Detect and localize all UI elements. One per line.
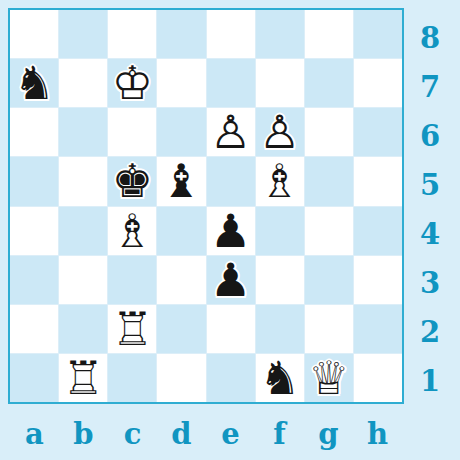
file-label-c: c (108, 411, 157, 457)
rank-label-6: 6 (404, 111, 456, 160)
square-b3[interactable] (59, 256, 107, 304)
white-pawn[interactable]: ♙︎ (256, 108, 304, 156)
file-label-f: f (255, 411, 304, 457)
square-b2[interactable] (59, 305, 107, 353)
square-e2[interactable] (207, 305, 255, 353)
rank-label-4: 4 (404, 209, 456, 258)
square-e8[interactable] (207, 10, 255, 58)
square-c5[interactable]: ♚︎♚︎ (108, 157, 156, 205)
square-h1[interactable] (354, 354, 402, 402)
black-king[interactable]: ♚︎ (108, 157, 156, 205)
rank-label-8: 8 (404, 13, 456, 62)
square-c7[interactable]: ♚︎♔︎ (108, 59, 156, 107)
square-d5[interactable]: ♝︎♝︎ (157, 157, 205, 205)
square-a3[interactable] (10, 256, 58, 304)
square-e3[interactable]: ♟︎♟︎ (207, 256, 255, 304)
square-b7[interactable] (59, 59, 107, 107)
file-label-e: e (206, 411, 255, 457)
black-pawn-halo: ♟︎ (207, 207, 255, 255)
square-b5[interactable] (59, 157, 107, 205)
square-e5[interactable] (207, 157, 255, 205)
square-f3[interactable] (256, 256, 304, 304)
white-bishop-halo: ♝︎ (108, 207, 156, 255)
black-pawn-halo: ♟︎ (207, 256, 255, 304)
square-f2[interactable] (256, 305, 304, 353)
black-king-halo: ♚︎ (108, 157, 156, 205)
square-d2[interactable] (157, 305, 205, 353)
square-g7[interactable] (305, 59, 353, 107)
black-knight[interactable]: ♞︎ (10, 59, 58, 107)
white-rook-halo: ♜︎ (59, 354, 107, 402)
square-f6[interactable]: ♟︎♙︎ (256, 108, 304, 156)
white-bishop-halo: ♝︎ (256, 157, 304, 205)
black-pawn[interactable]: ♟︎ (207, 207, 255, 255)
square-f7[interactable] (256, 59, 304, 107)
square-a5[interactable] (10, 157, 58, 205)
square-e6[interactable]: ♟︎♙︎ (207, 108, 255, 156)
square-c4[interactable]: ♝︎♗︎ (108, 207, 156, 255)
file-label-h: h (353, 411, 402, 457)
square-c1[interactable] (108, 354, 156, 402)
chess-diagram: ♞︎♞︎♚︎♔︎♟︎♙︎♟︎♙︎♚︎♚︎♝︎♝︎♝︎♗︎♝︎♗︎♟︎♟︎♟︎♟︎… (0, 0, 460, 460)
chess-board: ♞︎♞︎♚︎♔︎♟︎♙︎♟︎♙︎♚︎♚︎♝︎♝︎♝︎♗︎♝︎♗︎♟︎♟︎♟︎♟︎… (8, 8, 404, 404)
square-g2[interactable] (305, 305, 353, 353)
white-bishop[interactable]: ♗︎ (108, 207, 156, 255)
square-d6[interactable] (157, 108, 205, 156)
square-a7[interactable]: ♞︎♞︎ (10, 59, 58, 107)
square-a8[interactable] (10, 10, 58, 58)
white-rook[interactable]: ♖︎ (59, 354, 107, 402)
white-queen-halo: ♛︎ (305, 354, 353, 402)
black-knight[interactable]: ♞︎ (256, 354, 304, 402)
square-h7[interactable] (354, 59, 402, 107)
square-d4[interactable] (157, 207, 205, 255)
square-h2[interactable] (354, 305, 402, 353)
square-g4[interactable] (305, 207, 353, 255)
black-knight-halo: ♞︎ (10, 59, 58, 107)
file-label-b: b (59, 411, 108, 457)
square-b8[interactable] (59, 10, 107, 58)
square-a6[interactable] (10, 108, 58, 156)
square-h6[interactable] (354, 108, 402, 156)
square-b4[interactable] (59, 207, 107, 255)
square-c8[interactable] (108, 10, 156, 58)
square-d3[interactable] (157, 256, 205, 304)
square-g3[interactable] (305, 256, 353, 304)
square-d1[interactable] (157, 354, 205, 402)
white-king[interactable]: ♔︎ (108, 59, 156, 107)
square-d8[interactable] (157, 10, 205, 58)
square-f1[interactable]: ♞︎♞︎ (256, 354, 304, 402)
square-a4[interactable] (10, 207, 58, 255)
square-g8[interactable] (305, 10, 353, 58)
square-h5[interactable] (354, 157, 402, 205)
square-f4[interactable] (256, 207, 304, 255)
black-pawn[interactable]: ♟︎ (207, 256, 255, 304)
file-labels: a b c d e f g h (10, 411, 402, 457)
square-h3[interactable] (354, 256, 402, 304)
white-bishop[interactable]: ♗︎ (256, 157, 304, 205)
square-g1[interactable]: ♛︎♕︎ (305, 354, 353, 402)
square-c6[interactable] (108, 108, 156, 156)
black-knight-halo: ♞︎ (256, 354, 304, 402)
square-b1[interactable]: ♜︎♖︎ (59, 354, 107, 402)
rank-labels: 8 7 6 5 4 3 2 1 (404, 13, 456, 405)
rank-label-1: 1 (404, 356, 456, 405)
file-label-a: a (10, 411, 59, 457)
square-c3[interactable] (108, 256, 156, 304)
square-h4[interactable] (354, 207, 402, 255)
rank-label-7: 7 (404, 62, 456, 111)
file-label-d: d (157, 411, 206, 457)
square-g5[interactable] (305, 157, 353, 205)
square-f5[interactable]: ♝︎♗︎ (256, 157, 304, 205)
square-d7[interactable] (157, 59, 205, 107)
square-h8[interactable] (354, 10, 402, 58)
square-e4[interactable]: ♟︎♟︎ (207, 207, 255, 255)
square-c2[interactable]: ♜︎♖︎ (108, 305, 156, 353)
file-label-g: g (304, 411, 353, 457)
rank-label-2: 2 (404, 307, 456, 356)
white-pawn-halo: ♟︎ (207, 108, 255, 156)
white-queen[interactable]: ♕︎ (305, 354, 353, 402)
square-f8[interactable] (256, 10, 304, 58)
white-king-halo: ♚︎ (108, 59, 156, 107)
black-bishop-halo: ♝︎ (157, 157, 205, 205)
black-bishop[interactable]: ♝︎ (157, 157, 205, 205)
square-e1[interactable] (207, 354, 255, 402)
square-b6[interactable] (59, 108, 107, 156)
rank-label-3: 3 (404, 258, 456, 307)
square-a2[interactable] (10, 305, 58, 353)
rank-label-5: 5 (404, 160, 456, 209)
square-e7[interactable] (207, 59, 255, 107)
white-pawn-halo: ♟︎ (256, 108, 304, 156)
white-rook[interactable]: ♖︎ (108, 305, 156, 353)
square-g6[interactable] (305, 108, 353, 156)
white-rook-halo: ♜︎ (108, 305, 156, 353)
white-pawn[interactable]: ♙︎ (207, 108, 255, 156)
square-a1[interactable] (10, 354, 58, 402)
